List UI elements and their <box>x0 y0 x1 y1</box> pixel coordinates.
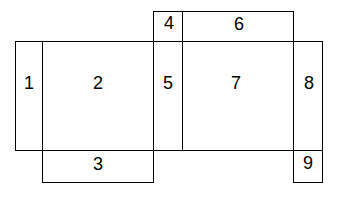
rect-7: 7 <box>182 41 294 151</box>
rect-label-8: 8 <box>304 73 314 93</box>
rect-1: 1 <box>15 41 43 151</box>
rect-6: 6 <box>182 11 294 42</box>
rect-9: 9 <box>293 150 323 183</box>
rect-5: 5 <box>153 41 183 151</box>
rect-label-5: 5 <box>163 73 173 93</box>
rect-label-4: 4 <box>164 13 174 33</box>
rect-label-3: 3 <box>93 154 103 174</box>
rect-8: 8 <box>293 41 323 151</box>
rect-label-9: 9 <box>303 153 313 173</box>
rect-2: 2 <box>42 41 154 151</box>
rect-label-7: 7 <box>231 73 241 93</box>
rect-label-1: 1 <box>24 73 34 93</box>
rect-label-2: 2 <box>93 73 103 93</box>
rect-3: 3 <box>42 150 154 183</box>
rectangle-diagram: 123456789 <box>0 0 342 201</box>
rect-4: 4 <box>153 11 183 42</box>
rect-label-6: 6 <box>234 14 244 34</box>
